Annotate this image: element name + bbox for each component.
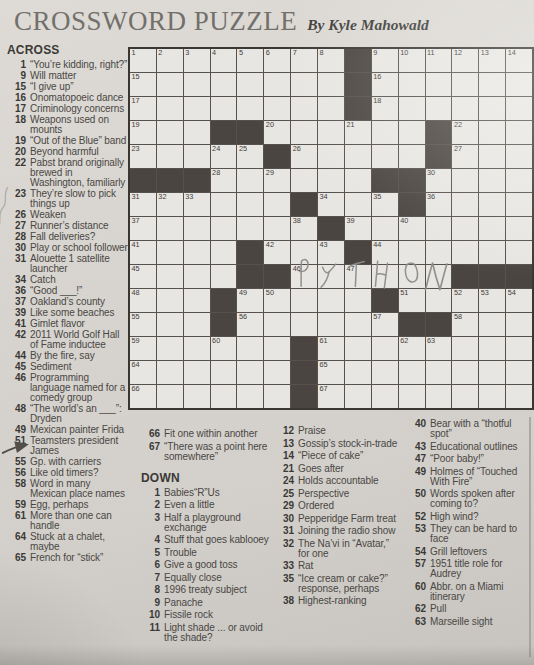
cell-r11c12[interactable] — [426, 289, 452, 312]
cell-r13c6[interactable] — [264, 337, 290, 360]
cell-number: 38 — [293, 217, 301, 225]
cell-number: 65 — [320, 361, 328, 369]
cell-r15c2[interactable] — [157, 385, 183, 408]
cell-r3c10[interactable]: 18 — [372, 97, 398, 120]
across-clues-continued: 66Fit one within another67“There was a p… — [138, 429, 270, 462]
cell-r3c7[interactable] — [291, 97, 317, 120]
cell-r7c6[interactable] — [264, 193, 290, 216]
cell-r14c6[interactable] — [264, 361, 290, 384]
clue-text: Gossip’s stock-in-trade — [298, 439, 397, 449]
clue-text: “Poor baby!” — [430, 454, 484, 464]
clue-number: 67 — [138, 442, 164, 462]
cell-r11c15[interactable]: 54 — [506, 289, 532, 312]
cell-r10c6 — [264, 265, 290, 288]
clue-text: Marseille sight — [430, 617, 492, 627]
cell-number: 40 — [400, 217, 408, 225]
clue-down-60: 60Abbr. on a Miami itinerary — [404, 582, 532, 602]
cell-r7c14[interactable] — [479, 193, 505, 216]
cell-r12c4 — [211, 313, 237, 336]
cell-r9c4[interactable] — [211, 241, 237, 264]
cell-r1c3[interactable]: 3 — [184, 49, 210, 72]
cell-r5c4[interactable]: 24 — [211, 145, 237, 168]
clue-number: 24 — [272, 476, 298, 486]
cell-r15c3[interactable] — [184, 385, 210, 408]
cell-r12c7[interactable] — [291, 313, 317, 336]
clue-text: Catch — [30, 275, 56, 285]
cell-r7c7 — [291, 193, 317, 216]
across-clues-list: 1“You’re kidding, right?”9Will matter15“… — [4, 60, 128, 563]
cell-r7c15[interactable] — [506, 193, 532, 216]
cell-number: 11 — [427, 49, 435, 57]
cell-r8c15[interactable] — [506, 217, 532, 240]
cell-r7c5[interactable] — [237, 193, 263, 216]
cell-r10c13 — [452, 265, 478, 288]
cell-r8c10[interactable] — [372, 217, 398, 240]
cell-r6c14[interactable] — [479, 169, 505, 192]
clue-number: 63 — [404, 617, 430, 627]
cell-r8c12[interactable] — [426, 217, 452, 240]
cell-r4c8[interactable] — [318, 121, 344, 144]
cell-r2c6[interactable] — [264, 73, 290, 96]
clue-across-66: 66Fit one within another — [138, 429, 270, 439]
cell-r14c12[interactable] — [426, 361, 452, 384]
cell-r2c14[interactable] — [479, 73, 505, 96]
cell-r9c3[interactable] — [184, 241, 210, 264]
cell-r8c14[interactable] — [479, 217, 505, 240]
cell-r1c13[interactable]: 12 — [452, 49, 478, 72]
cell-r8c5[interactable] — [237, 217, 263, 240]
cell-r5c11[interactable] — [399, 145, 425, 168]
cell-r14c10[interactable] — [372, 361, 398, 384]
cell-r6c3 — [184, 169, 210, 192]
clue-number: 8 — [138, 585, 164, 595]
cell-r15c9[interactable] — [345, 385, 371, 408]
clue-text: Beyond harmful — [30, 147, 99, 157]
cell-r9c13[interactable] — [452, 241, 478, 264]
clue-number: 36 — [4, 286, 30, 296]
cell-number: 32 — [158, 193, 166, 201]
cell-r7c4[interactable] — [211, 193, 237, 216]
cell-r11c14[interactable]: 53 — [479, 289, 505, 312]
cell-r4c13[interactable]: 22 — [452, 121, 478, 144]
cell-number: 12 — [454, 49, 462, 57]
cell-r10c3[interactable] — [184, 265, 210, 288]
clue-column-3: 12Praise13Gossip’s stock-in-trade14“Piec… — [272, 426, 403, 665]
cell-r2c11[interactable] — [399, 73, 425, 96]
cell-number: 17 — [132, 97, 140, 105]
clue-text: The Na’vi in “Avatar,” for one — [298, 539, 403, 559]
cell-r11c2[interactable] — [157, 289, 183, 312]
cell-r3c4[interactable] — [211, 97, 237, 120]
cell-r7c9[interactable] — [345, 193, 371, 216]
cell-r7c10[interactable]: 35 — [372, 193, 398, 216]
clue-text: Gp. with carriers — [30, 457, 101, 467]
cell-r13c5[interactable] — [237, 337, 263, 360]
cell-r6c12[interactable]: 30 — [426, 169, 452, 192]
cell-r14c15[interactable] — [506, 361, 532, 384]
cell-r2c7[interactable] — [291, 73, 317, 96]
clue-across-67: 67“There was a point here somewhere” — [138, 442, 270, 462]
cell-r4c2[interactable] — [157, 121, 183, 144]
cell-r13c8[interactable]: 61 — [318, 337, 344, 360]
cell-number: 47 — [346, 265, 354, 273]
cell-r11c1[interactable]: 48 — [130, 289, 156, 312]
cell-r7c2[interactable]: 32 — [157, 193, 183, 216]
cell-r13c15[interactable] — [506, 337, 532, 360]
cell-r4c12 — [426, 121, 452, 144]
clue-across-59: 59Egg, perhaps — [4, 500, 128, 510]
cell-r5c3[interactable] — [184, 145, 210, 168]
cell-r14c11[interactable] — [399, 361, 425, 384]
cell-r4c1[interactable]: 19 — [130, 121, 156, 144]
cell-r5c14[interactable] — [479, 145, 505, 168]
cell-r3c1[interactable]: 17 — [130, 97, 156, 120]
cell-r6c6[interactable]: 29 — [264, 169, 290, 192]
cell-r12c5[interactable]: 56 — [237, 313, 263, 336]
cell-r8c2[interactable] — [157, 217, 183, 240]
cell-r14c3[interactable] — [184, 361, 210, 384]
cell-r4c14[interactable] — [479, 121, 505, 144]
cell-r6c8[interactable] — [318, 169, 344, 192]
cell-r9c10[interactable]: 44 — [372, 241, 398, 264]
cell-r9c2[interactable] — [157, 241, 183, 264]
cell-r14c13[interactable] — [452, 361, 478, 384]
clue-number: 7 — [138, 573, 164, 583]
cell-r1c8[interactable]: 8 — [318, 49, 344, 72]
cell-r2c10[interactable]: 16 — [372, 73, 398, 96]
clue-across-46: 46Programming language named for a comed… — [4, 373, 128, 403]
cell-r11c6[interactable]: 50 — [264, 289, 290, 312]
cell-r3c13[interactable] — [452, 97, 478, 120]
cell-r11c5[interactable]: 49 — [237, 289, 263, 312]
cell-r6c4[interactable]: 28 — [211, 169, 237, 192]
cell-r4c3[interactable] — [184, 121, 210, 144]
cell-number: 29 — [266, 169, 274, 177]
cell-r4c7[interactable] — [291, 121, 317, 144]
cell-r15c14[interactable] — [479, 385, 505, 408]
cell-r2c15[interactable] — [506, 73, 532, 96]
cell-number: 53 — [481, 289, 489, 297]
cell-r7c1[interactable]: 31 — [130, 193, 156, 216]
cell-r12c15[interactable] — [506, 313, 532, 336]
clue-text: 1951 title role for Audrey — [430, 559, 532, 579]
clue-across-36: 36“Good ___!” — [4, 286, 128, 296]
cell-r8c1[interactable]: 37 — [130, 217, 156, 240]
cell-number: 51 — [400, 289, 408, 297]
clue-number: 37 — [4, 297, 30, 307]
clue-down-8: 81996 treaty subject — [138, 585, 270, 595]
cell-number: 3 — [185, 49, 189, 57]
cell-r13c1[interactable]: 59 — [130, 337, 156, 360]
cell-r4c5 — [237, 121, 263, 144]
cell-r1c4[interactable]: 4 — [211, 49, 237, 72]
cell-number: 9 — [373, 49, 377, 57]
cell-r3c11[interactable] — [399, 97, 425, 120]
cell-r10c7[interactable]: 46 — [291, 265, 317, 288]
cell-r14c4[interactable] — [211, 361, 237, 384]
cell-r2c8[interactable] — [318, 73, 344, 96]
cell-r12c2[interactable] — [157, 313, 183, 336]
cell-r9c1[interactable]: 41 — [130, 241, 156, 264]
cell-r12c14[interactable] — [479, 313, 505, 336]
cell-r12c3[interactable] — [184, 313, 210, 336]
clue-number: 3 — [138, 513, 164, 533]
cell-r6c13[interactable] — [452, 169, 478, 192]
clue-number: 65 — [4, 553, 30, 563]
clue-across-27: 27Runner’s distance — [4, 221, 128, 231]
cell-r15c11[interactable] — [399, 385, 425, 408]
cell-r15c5[interactable] — [237, 385, 263, 408]
cell-r10c12[interactable] — [426, 265, 452, 288]
cell-r6c2 — [157, 169, 183, 192]
cell-number: 6 — [266, 49, 270, 57]
cell-r1c14[interactable]: 13 — [479, 49, 505, 72]
cell-number: 33 — [185, 193, 193, 201]
clue-across-15: 15“I give up” — [4, 82, 128, 92]
cell-r4c15[interactable] — [506, 121, 532, 144]
clue-text: Like old timers? — [30, 468, 98, 478]
cell-r9c14[interactable] — [479, 241, 505, 264]
cell-r7c12[interactable]: 36 — [426, 193, 452, 216]
cell-r12c13[interactable]: 58 — [452, 313, 478, 336]
cell-r9c6[interactable]: 42 — [264, 241, 290, 264]
cell-r8c9[interactable]: 39 — [345, 217, 371, 240]
clue-number: 58 — [4, 479, 30, 499]
cell-r12c6[interactable] — [264, 313, 290, 336]
clue-number: 1 — [4, 60, 30, 70]
cell-r13c14[interactable] — [479, 337, 505, 360]
cell-r11c7[interactable] — [291, 289, 317, 312]
clue-text: Fissile rock — [164, 610, 213, 620]
cell-r15c1[interactable]: 66 — [130, 385, 156, 408]
cell-r8c7[interactable]: 38 — [291, 217, 317, 240]
cell-r12c8[interactable] — [318, 313, 344, 336]
cell-r2c12[interactable] — [426, 73, 452, 96]
cell-r13c2[interactable] — [157, 337, 183, 360]
clue-down-3: 3Half a playground exchange — [138, 513, 270, 533]
cell-r15c7 — [291, 385, 317, 408]
cell-r15c4[interactable] — [211, 385, 237, 408]
cell-r10c2[interactable] — [157, 265, 183, 288]
cell-r9c15[interactable] — [506, 241, 532, 264]
cell-r10c11[interactable] — [399, 265, 425, 288]
cell-number: 21 — [346, 121, 354, 129]
cell-r3c8[interactable] — [318, 97, 344, 120]
clue-number: 55 — [4, 457, 30, 467]
cell-r13c10[interactable] — [372, 337, 398, 360]
clue-number: 2 — [138, 500, 164, 510]
cell-r11c10 — [372, 289, 398, 312]
cell-r15c12[interactable] — [426, 385, 452, 408]
cell-r13c4[interactable]: 60 — [211, 337, 237, 360]
clue-text: Trouble — [164, 548, 197, 558]
cell-r2c4[interactable] — [211, 73, 237, 96]
cell-r5c7[interactable]: 26 — [291, 145, 317, 168]
cell-r15c15[interactable] — [506, 385, 532, 408]
cell-r4c9[interactable]: 21 — [345, 121, 371, 144]
clue-text: High wind? — [430, 512, 478, 522]
cell-number: 63 — [427, 337, 435, 345]
cell-r5c13[interactable]: 27 — [452, 145, 478, 168]
cell-r11c13[interactable]: 52 — [452, 289, 478, 312]
cell-number: 59 — [132, 337, 140, 345]
clue-number: 42 — [4, 330, 30, 350]
clue-down-40: 40Bear with a “thotful spot” — [404, 419, 532, 439]
cell-r5c5[interactable]: 25 — [237, 145, 263, 168]
cell-r1c6[interactable]: 6 — [264, 49, 290, 72]
cell-r8c11[interactable]: 40 — [399, 217, 425, 240]
cell-r10c10[interactable] — [372, 265, 398, 288]
clue-text: Holmes of “Touched With Fire” — [430, 467, 532, 487]
cell-r14c1[interactable]: 64 — [130, 361, 156, 384]
cell-r1c2[interactable]: 2 — [157, 49, 183, 72]
cell-r11c3[interactable] — [184, 289, 210, 312]
cell-r7c13[interactable] — [452, 193, 478, 216]
cell-number: 13 — [481, 49, 489, 57]
cell-r9c8[interactable]: 43 — [318, 241, 344, 264]
cell-r1c10[interactable]: 9 — [372, 49, 398, 72]
cell-r4c4 — [211, 121, 237, 144]
cell-r13c9[interactable] — [345, 337, 371, 360]
clue-across-61: 61More than one can handle — [4, 511, 128, 531]
clue-text: Egg, perhaps — [30, 500, 88, 510]
cell-r9c11[interactable] — [399, 241, 425, 264]
cell-r13c12[interactable]: 63 — [426, 337, 452, 360]
cell-r3c6[interactable] — [264, 97, 290, 120]
cell-r14c14[interactable] — [479, 361, 505, 384]
cell-r10c1[interactable]: 45 — [130, 265, 156, 288]
cell-r1c7[interactable]: 7 — [291, 49, 317, 72]
clue-across-45: 45Sediment — [4, 362, 128, 372]
cell-r14c8[interactable]: 65 — [318, 361, 344, 384]
cell-r2c5[interactable] — [237, 73, 263, 96]
clue-number: 19 — [4, 136, 30, 146]
cell-r8c13[interactable] — [452, 217, 478, 240]
cell-r2c13[interactable] — [452, 73, 478, 96]
cell-r15c6[interactable] — [264, 385, 290, 408]
cell-r1c15[interactable]: 14 — [506, 49, 532, 72]
clue-number: 9 — [4, 71, 30, 81]
clue-down-4: 4Stuff that goes kablooey — [138, 535, 270, 545]
clue-text: Highest-ranking — [298, 596, 367, 606]
cell-r7c8[interactable]: 34 — [318, 193, 344, 216]
cell-r14c5[interactable] — [237, 361, 263, 384]
cell-r3c14[interactable] — [479, 97, 505, 120]
cell-r5c15[interactable] — [506, 145, 532, 168]
clue-across-39: 39Like some beaches — [4, 308, 128, 318]
cell-r6c5[interactable] — [237, 169, 263, 192]
clue-column-2: 66Fit one within another67“There was a p… — [138, 429, 270, 665]
clue-down-5: 5Trouble — [138, 548, 270, 558]
cell-r2c3[interactable] — [184, 73, 210, 96]
cell-r2c2[interactable] — [157, 73, 183, 96]
cell-r15c8[interactable]: 67 — [318, 385, 344, 408]
clue-number: 5 — [138, 548, 164, 558]
cell-r8c3[interactable] — [184, 217, 210, 240]
clue-text: “The world’s an ___”: Dryden — [30, 404, 128, 424]
cell-r3c12[interactable] — [426, 97, 452, 120]
cell-r12c9[interactable] — [345, 313, 371, 336]
cell-r11c8[interactable] — [318, 289, 344, 312]
cell-r12c10[interactable]: 57 — [372, 313, 398, 336]
cell-r12c1[interactable]: 55 — [130, 313, 156, 336]
clue-number: 52 — [404, 512, 430, 522]
cell-r1c5[interactable]: 5 — [237, 49, 263, 72]
cell-r13c13[interactable] — [452, 337, 478, 360]
cell-r8c4[interactable] — [211, 217, 237, 240]
cell-r9c12[interactable] — [426, 241, 452, 264]
cell-r5c2[interactable] — [157, 145, 183, 168]
cell-r13c3[interactable] — [184, 337, 210, 360]
clue-down-32: 32The Na’vi in “Avatar,” for one — [272, 539, 403, 559]
clue-across-41: 41Gimlet flavor — [4, 319, 128, 329]
cell-r1c12[interactable]: 11 — [426, 49, 452, 72]
clue-number: 13 — [272, 439, 298, 449]
cell-r3c15[interactable] — [506, 97, 532, 120]
cell-r14c9[interactable] — [345, 361, 371, 384]
cell-r3c5[interactable] — [237, 97, 263, 120]
cell-r5c8[interactable] — [318, 145, 344, 168]
cell-r8c6[interactable] — [264, 217, 290, 240]
cell-number: 41 — [132, 241, 140, 249]
clue-text: Sediment — [30, 362, 71, 372]
cell-r11c11[interactable]: 51 — [399, 289, 425, 312]
clue-number: 23 — [4, 189, 30, 209]
clue-number: 4 — [138, 535, 164, 545]
cell-r5c10[interactable] — [372, 145, 398, 168]
cell-r6c9[interactable] — [345, 169, 371, 192]
clue-across-16: 16Onomatopoeic dance — [4, 93, 128, 103]
clue-number: 51 — [4, 436, 30, 456]
clue-number: 45 — [4, 362, 30, 372]
cell-r4c10[interactable] — [372, 121, 398, 144]
cell-r6c15[interactable] — [506, 169, 532, 192]
clue-across-19: 19“Out of the Blue” band — [4, 136, 128, 146]
cell-r3c2[interactable] — [157, 97, 183, 120]
cell-r15c10[interactable] — [372, 385, 398, 408]
cell-r13c7 — [291, 337, 317, 360]
cell-r5c1[interactable]: 23 — [130, 145, 156, 168]
cell-r10c8[interactable] — [318, 265, 344, 288]
clue-text: Criminology concerns — [30, 104, 124, 114]
cell-number: 46 — [293, 265, 301, 273]
cell-r10c9[interactable]: 47 — [345, 265, 371, 288]
clue-text: Ordered — [298, 501, 334, 511]
cell-r11c9[interactable] — [345, 289, 371, 312]
cell-number: 54 — [508, 289, 516, 297]
clue-text: Holds accountable — [298, 476, 379, 486]
cell-r9c7[interactable] — [291, 241, 317, 264]
clue-number: 40 — [404, 419, 430, 439]
cell-r14c2[interactable] — [157, 361, 183, 384]
cell-r4c6[interactable]: 20 — [264, 121, 290, 144]
cell-r10c4[interactable] — [211, 265, 237, 288]
cell-r7c3[interactable]: 33 — [184, 193, 210, 216]
clue-down-62: 62Pull — [404, 604, 532, 614]
clue-text: “Good ___!” — [30, 286, 82, 296]
cell-r2c1[interactable]: 15 — [130, 73, 156, 96]
cell-r4c11[interactable] — [399, 121, 425, 144]
cell-r3c3[interactable] — [184, 97, 210, 120]
cell-r13c11[interactable]: 62 — [399, 337, 425, 360]
cell-r6c11 — [399, 169, 425, 192]
cell-r15c13[interactable] — [452, 385, 478, 408]
cell-r5c9[interactable] — [345, 145, 371, 168]
clue-number: 20 — [4, 147, 30, 157]
cell-r1c11[interactable]: 10 — [399, 49, 425, 72]
cell-r6c7[interactable] — [291, 169, 317, 192]
cell-r1c1[interactable]: 1 — [130, 49, 156, 72]
